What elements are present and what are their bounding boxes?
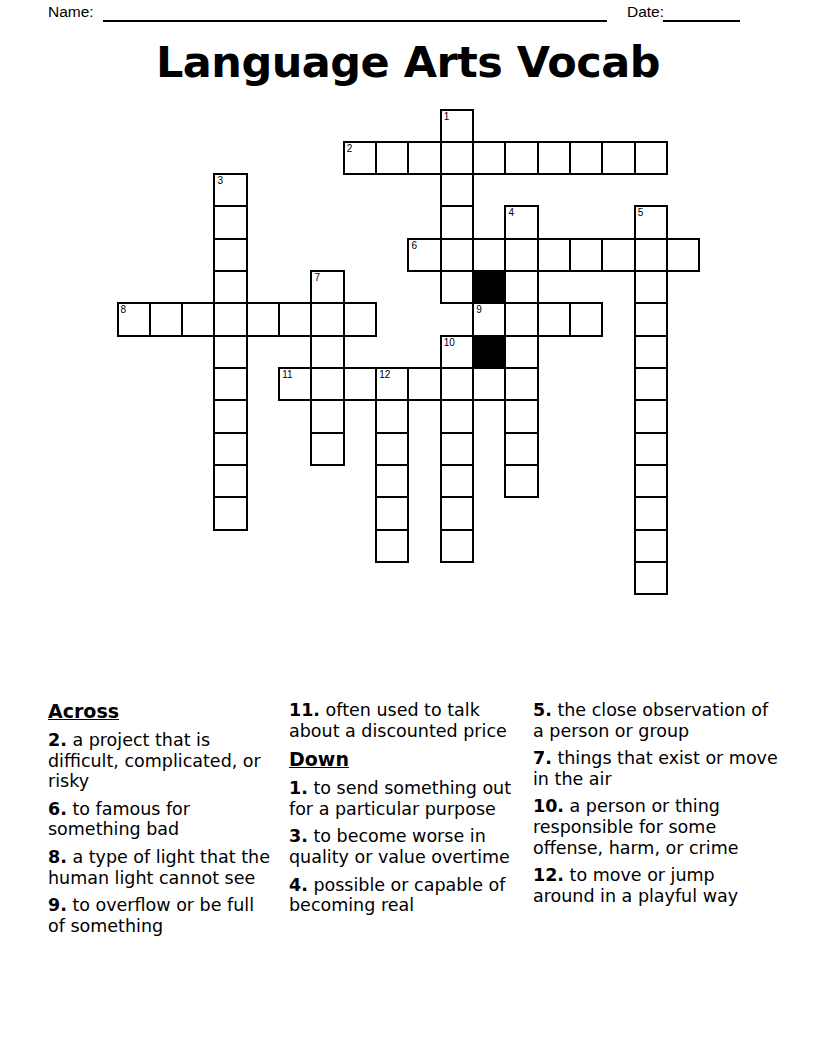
grid-cell[interactable]: 2 — [343, 141, 377, 175]
grid-cell[interactable] — [504, 399, 538, 433]
clue-down-3: 3. to become worse in quality or value o… — [289, 826, 529, 867]
grid-cell[interactable] — [634, 270, 668, 304]
grid-cell[interactable] — [213, 238, 247, 272]
grid-cell[interactable]: 6 — [407, 238, 441, 272]
grid-cell[interactable] — [504, 432, 538, 466]
grid-cell[interactable] — [504, 238, 538, 272]
grid-cell[interactable] — [504, 464, 538, 498]
date-label: Date: — [627, 3, 664, 21]
grid-cell[interactable]: 10 — [440, 335, 474, 369]
grid-cell[interactable] — [634, 141, 668, 175]
clue-number: 1 — [444, 111, 450, 122]
grid-cell[interactable] — [213, 496, 247, 530]
grid-cell[interactable] — [213, 399, 247, 433]
grid-cell[interactable] — [181, 302, 215, 336]
grid-cell[interactable] — [375, 399, 409, 433]
grid-cell[interactable] — [634, 367, 668, 401]
grid-cell[interactable] — [504, 302, 538, 336]
grid-cell[interactable] — [634, 399, 668, 433]
grid-cell[interactable] — [634, 529, 668, 563]
clue-number: 4 — [508, 207, 514, 218]
grid-cell[interactable] — [634, 464, 668, 498]
grid-cell[interactable] — [569, 302, 603, 336]
grid-cell[interactable] — [440, 205, 474, 239]
grid-cell[interactable] — [375, 496, 409, 530]
clue-number: 9 — [476, 304, 482, 315]
grid-cell[interactable] — [537, 238, 571, 272]
blocked-cell — [472, 270, 506, 304]
grid-cell[interactable] — [278, 302, 312, 336]
grid-cell[interactable]: 8 — [117, 302, 151, 336]
grid-cell[interactable]: 12 — [375, 367, 409, 401]
grid-cell[interactable] — [246, 302, 280, 336]
grid-cell[interactable]: 7 — [310, 270, 344, 304]
clue-down-7: 7. things that exist or move in the air — [533, 748, 781, 789]
grid-cell[interactable]: 4 — [504, 205, 538, 239]
grid-cell[interactable] — [440, 367, 474, 401]
grid-cell[interactable]: 9 — [472, 302, 506, 336]
grid-cell[interactable] — [213, 464, 247, 498]
clue-across-2: 2. a project that is difficult, complica… — [48, 730, 276, 792]
grid-cell[interactable] — [375, 432, 409, 466]
clue-number: 2. — [48, 730, 67, 750]
grid-cell[interactable] — [343, 302, 377, 336]
grid-cell[interactable]: 5 — [634, 205, 668, 239]
grid-cell[interactable] — [634, 238, 668, 272]
clue-number: 6. — [48, 799, 67, 819]
grid-cell[interactable] — [440, 399, 474, 433]
grid-cell[interactable] — [440, 432, 474, 466]
clue-number: 9. — [48, 895, 67, 915]
grid-cell[interactable] — [407, 141, 441, 175]
name-label: Name: — [48, 3, 94, 21]
clue-number: 7 — [314, 272, 320, 283]
blocked-cell — [472, 335, 506, 369]
grid-cell[interactable] — [504, 270, 538, 304]
grid-cell[interactable] — [634, 432, 668, 466]
clue-number: 12 — [379, 369, 390, 380]
grid-cell[interactable] — [472, 238, 506, 272]
clue-column-1: Across2. a project that is difficult, co… — [48, 700, 276, 943]
clue-across-8: 8. a type of light that the human light … — [48, 847, 276, 888]
grid-cell[interactable] — [634, 561, 668, 595]
grid-cell[interactable] — [601, 238, 635, 272]
grid-cell[interactable] — [472, 141, 506, 175]
grid-cell[interactable] — [440, 270, 474, 304]
grid-cell[interactable]: 11 — [278, 367, 312, 401]
grid-cell[interactable] — [375, 141, 409, 175]
clue-down-5: 5. the close observation of a person or … — [533, 700, 781, 741]
grid-cell[interactable] — [343, 367, 377, 401]
grid-cell[interactable] — [375, 464, 409, 498]
grid-cell[interactable] — [440, 238, 474, 272]
grid-cell[interactable] — [440, 464, 474, 498]
grid-cell[interactable] — [375, 529, 409, 563]
date-input-line[interactable] — [663, 20, 740, 22]
grid-cell[interactable] — [472, 367, 506, 401]
grid-cell[interactable] — [666, 238, 700, 272]
down-header: Down — [289, 748, 529, 770]
grid-cell[interactable]: 1 — [440, 109, 474, 143]
crossword-grid: 123456789101112 — [118, 110, 700, 595]
grid-cell[interactable] — [601, 141, 635, 175]
grid-cell[interactable]: 3 — [213, 173, 247, 207]
clue-number: 4. — [289, 875, 308, 895]
grid-cell[interactable] — [310, 302, 344, 336]
grid-cell[interactable] — [504, 367, 538, 401]
clue-across-6: 6. to famous for something bad — [48, 799, 276, 840]
grid-cell[interactable] — [440, 173, 474, 207]
grid-cell[interactable] — [310, 432, 344, 466]
clue-number: 6 — [411, 240, 417, 251]
grid-cell[interactable] — [504, 335, 538, 369]
clue-down-10: 10. a person or thing responsible for so… — [533, 796, 781, 858]
grid-cell[interactable] — [634, 335, 668, 369]
grid-cell[interactable] — [634, 496, 668, 530]
grid-cell[interactable] — [504, 141, 538, 175]
clue-number: 8 — [121, 304, 127, 315]
clue-number: 3. — [289, 826, 308, 846]
grid-cell[interactable] — [440, 529, 474, 563]
clue-number: 7. — [533, 748, 552, 768]
grid-cell[interactable] — [310, 399, 344, 433]
clue-down-12: 12. to move or jump around in a playful … — [533, 865, 781, 906]
clue-number: 11. — [289, 700, 320, 720]
clue-number: 10 — [444, 337, 455, 348]
clue-number: 5. — [533, 700, 552, 720]
grid-cell[interactable] — [407, 367, 441, 401]
grid-cell[interactable] — [213, 205, 247, 239]
clue-number: 8. — [48, 847, 67, 867]
clue-across-9: 9. to overflow or be full of something — [48, 895, 276, 936]
clue-column-2: 11. often used to talk about a discounte… — [289, 700, 529, 923]
grid-cell[interactable] — [537, 141, 571, 175]
grid-cell[interactable] — [634, 302, 668, 336]
grid-cell[interactable] — [213, 367, 247, 401]
grid-cell[interactable] — [440, 141, 474, 175]
clue-number: 11 — [282, 369, 292, 380]
grid-cell[interactable] — [213, 270, 247, 304]
clue-number: 10. — [533, 796, 564, 816]
clue-across-11: 11. often used to talk about a discounte… — [289, 700, 529, 741]
across-header: Across — [48, 700, 276, 722]
grid-cell[interactable] — [569, 141, 603, 175]
clue-down-4: 4. possible or capable of becoming real — [289, 875, 529, 916]
grid-cell[interactable] — [213, 335, 247, 369]
clue-number: 1. — [289, 778, 308, 798]
grid-cell[interactable] — [310, 367, 344, 401]
grid-cell[interactable] — [537, 302, 571, 336]
clue-down-1: 1. to send something out for a particula… — [289, 778, 529, 819]
grid-cell[interactable] — [149, 302, 183, 336]
grid-cell[interactable] — [310, 335, 344, 369]
clue-number: 12. — [533, 865, 564, 885]
clue-number: 3 — [217, 175, 223, 186]
grid-cell[interactable] — [569, 238, 603, 272]
clue-column-3: 5. the close observation of a person or … — [533, 700, 781, 913]
name-input-line[interactable] — [103, 20, 607, 22]
grid-cell[interactable] — [213, 302, 247, 336]
clue-number: 5 — [638, 207, 644, 218]
grid-cell[interactable] — [213, 432, 247, 466]
grid-cell[interactable] — [440, 496, 474, 530]
clue-number: 2 — [347, 143, 353, 154]
page-title: Language Arts Vocab — [0, 36, 816, 88]
